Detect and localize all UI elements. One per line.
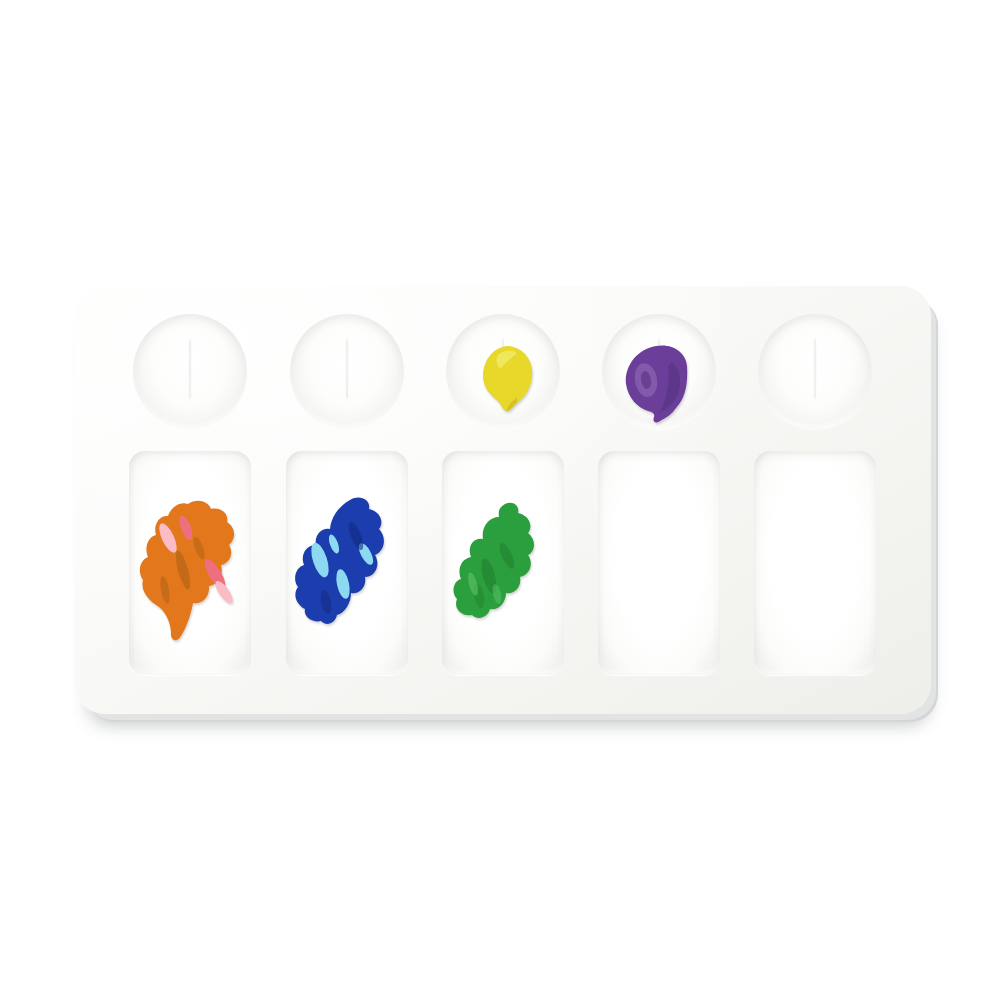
paint-palette-tray	[75, 286, 931, 714]
round-well-1	[133, 314, 247, 429]
rect-well-4	[598, 451, 720, 675]
paint-blob-blue	[290, 494, 400, 632]
paint-blob-yellow	[479, 344, 535, 414]
paint-blob-orange	[136, 496, 244, 646]
round-well-5	[758, 314, 872, 429]
rect-well-5	[754, 451, 876, 675]
blob-body	[454, 503, 534, 618]
paint-blob-green	[449, 500, 557, 630]
paint-blob-purple	[620, 342, 694, 424]
scene	[0, 0, 1000, 1000]
round-well-2	[290, 314, 404, 429]
